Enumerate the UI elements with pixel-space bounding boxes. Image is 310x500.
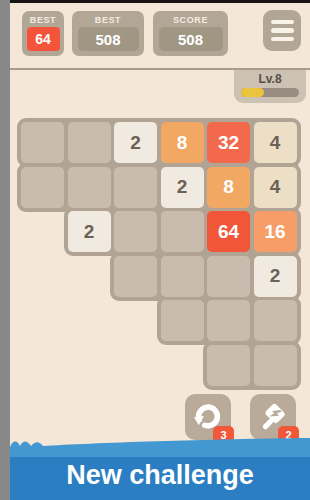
cell-r5c5 — [207, 300, 250, 341]
score-value: 508 — [159, 27, 223, 51]
cell-r4c5 — [207, 256, 250, 297]
score-label: SCORE — [173, 15, 208, 25]
tile-2-r1c3: 2 — [114, 122, 157, 163]
best-score-value: 508 — [78, 27, 139, 51]
game-screen: BEST 64 BEST 508 SCORE 508 Lv.8 28324284… — [10, 0, 310, 500]
cell-r6c6 — [254, 345, 297, 386]
cell-r2c1 — [21, 167, 64, 208]
level-progress-fill — [241, 88, 264, 97]
menu-button[interactable] — [263, 10, 301, 51]
tile-16-r3c6: 16 — [254, 211, 297, 252]
tile-2-r4c6: 2 — [254, 256, 297, 297]
board[interactable]: 28324284264162 — [17, 118, 304, 390]
cell-r6c5 — [207, 345, 250, 386]
cell-r4c4 — [161, 256, 204, 297]
tile-32-r1c5: 32 — [207, 122, 250, 163]
tile-4-r1c6: 4 — [254, 122, 297, 163]
level-progress-track — [241, 88, 299, 97]
undo-button[interactable]: 3 — [185, 394, 231, 440]
cell-r3c4 — [161, 211, 204, 252]
score-panel: SCORE 508 — [153, 11, 228, 56]
level-tab: Lv.8 — [234, 70, 306, 103]
cell-r2c3 — [114, 167, 157, 208]
level-label: Lv.8 — [234, 72, 306, 86]
tile-2-r2c4: 2 — [161, 167, 204, 208]
cell-r5c4 — [161, 300, 204, 341]
cell-r4c3 — [114, 256, 157, 297]
best-tile-value: 64 — [27, 27, 60, 51]
hamburger-icon — [271, 37, 294, 42]
best-score-panel: BEST 508 — [72, 11, 144, 56]
board-grid: 28324284264162 — [21, 122, 297, 386]
tile-8-r2c5: 8 — [207, 167, 250, 208]
cell-r5c6 — [254, 300, 297, 341]
best-tile-label: BEST — [30, 15, 56, 25]
new-challenge-banner[interactable] — [10, 457, 310, 500]
tile-64-r3c5: 64 — [207, 211, 250, 252]
cell-r1c1 — [21, 122, 64, 163]
hamburger-icon — [271, 28, 294, 33]
hamburger-icon — [271, 20, 294, 25]
tile-4-r2c6: 4 — [254, 167, 297, 208]
cell-r1c2 — [68, 122, 111, 163]
banner-wave-edge — [10, 437, 310, 451]
cell-r2c2 — [68, 167, 111, 208]
best-score-label: BEST — [95, 15, 121, 25]
hammer-button[interactable]: 2 — [250, 394, 296, 440]
best-tile-panel: BEST 64 — [22, 11, 64, 56]
tile-2-r3c2: 2 — [68, 211, 111, 252]
top-strip — [10, 0, 310, 3]
cell-r3c3 — [114, 211, 157, 252]
tile-8-r1c4: 8 — [161, 122, 204, 163]
